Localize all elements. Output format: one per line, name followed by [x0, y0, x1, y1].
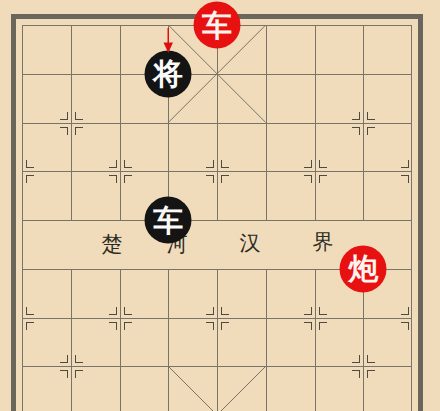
board-cell [22, 220, 71, 269]
piece-red-chariot[interactable]: 车 [194, 2, 241, 49]
board-cell [120, 366, 169, 411]
board-grid [22, 25, 412, 411]
board-cell [217, 366, 266, 411]
board-cell [315, 25, 364, 74]
river-label: 界 [313, 228, 334, 256]
river-label: 楚 [102, 230, 123, 258]
board-cell [266, 220, 315, 269]
board-cell [266, 74, 315, 123]
board-cell [266, 366, 315, 411]
board-cell [266, 25, 315, 74]
board-cell [363, 25, 412, 74]
piece-black-general[interactable]: 将 [145, 50, 192, 97]
xiangqi-board[interactable]: 楚 河 汉 界 车将车炮 [0, 0, 440, 411]
board-cell [71, 25, 120, 74]
piece-red-cannon[interactable]: 炮 [340, 245, 387, 292]
piece-black-chariot[interactable]: 车 [145, 197, 192, 244]
board-cell [168, 366, 217, 411]
board-cell [217, 74, 266, 123]
river-label: 汉 [240, 229, 261, 257]
board-cell [22, 25, 71, 74]
